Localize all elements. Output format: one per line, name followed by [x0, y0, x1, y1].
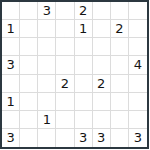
- cell-r6c7-empty[interactable]: [129, 111, 147, 129]
- cell-r3c3-empty[interactable]: [56, 56, 74, 74]
- cell-r5c6-empty[interactable]: [111, 93, 129, 111]
- cell-r1c3-empty[interactable]: [56, 20, 74, 38]
- cell-r7c0-clue[interactable]: 3: [2, 129, 20, 147]
- cell-r5c2-empty[interactable]: [38, 93, 56, 111]
- cell-r4c6-empty[interactable]: [111, 75, 129, 93]
- cell-r6c4-empty[interactable]: [75, 111, 93, 129]
- cell-r0c0-empty[interactable]: [2, 2, 20, 20]
- cell-r1c6-clue[interactable]: 2: [111, 20, 129, 38]
- cell-r6c3-empty[interactable]: [56, 111, 74, 129]
- cell-r3c0-clue[interactable]: 3: [2, 56, 20, 74]
- cell-r7c1-empty[interactable]: [20, 129, 38, 147]
- cell-r3c7-clue[interactable]: 4: [129, 56, 147, 74]
- cell-r2c2-empty[interactable]: [38, 38, 56, 56]
- cell-r5c7-empty[interactable]: [129, 93, 147, 111]
- cell-r5c3-empty[interactable]: [56, 93, 74, 111]
- cell-r0c1-empty[interactable]: [20, 2, 38, 20]
- cell-r1c0-clue[interactable]: 1: [2, 20, 20, 38]
- cell-r2c4-empty[interactable]: [75, 38, 93, 56]
- cell-r5c4-empty[interactable]: [75, 93, 93, 111]
- cell-r4c0-empty[interactable]: [2, 75, 20, 93]
- cell-r7c6-empty[interactable]: [111, 129, 129, 147]
- cell-r2c5-empty[interactable]: [93, 38, 111, 56]
- cell-r3c6-empty[interactable]: [111, 56, 129, 74]
- cell-r7c5-clue[interactable]: 3: [93, 129, 111, 147]
- cell-r6c6-empty[interactable]: [111, 111, 129, 129]
- cell-r7c3-empty[interactable]: [56, 129, 74, 147]
- cell-r2c3-empty[interactable]: [56, 38, 74, 56]
- cell-r4c5-clue[interactable]: 2: [93, 75, 111, 93]
- cell-r1c5-empty[interactable]: [93, 20, 111, 38]
- cell-r1c7-empty[interactable]: [129, 20, 147, 38]
- puzzle-board: 321123422113333: [0, 0, 149, 149]
- cell-r5c1-empty[interactable]: [20, 93, 38, 111]
- cell-r6c0-empty[interactable]: [2, 111, 20, 129]
- cell-r1c2-empty[interactable]: [38, 20, 56, 38]
- cell-r5c0-clue[interactable]: 1: [2, 93, 20, 111]
- cell-r2c1-empty[interactable]: [20, 38, 38, 56]
- cell-r1c4-clue[interactable]: 1: [75, 20, 93, 38]
- cell-r3c1-empty[interactable]: [20, 56, 38, 74]
- cell-r4c7-empty[interactable]: [129, 75, 147, 93]
- cell-r7c2-empty[interactable]: [38, 129, 56, 147]
- cell-r0c5-empty[interactable]: [93, 2, 111, 20]
- cell-r2c7-empty[interactable]: [129, 38, 147, 56]
- cell-r7c4-clue[interactable]: 3: [75, 129, 93, 147]
- cell-r0c2-clue[interactable]: 3: [38, 2, 56, 20]
- cell-r0c6-empty[interactable]: [111, 2, 129, 20]
- cell-r4c3-clue[interactable]: 2: [56, 75, 74, 93]
- puzzle-area: 321123422113333: [0, 0, 150, 150]
- cell-r7c7-clue[interactable]: 3: [129, 129, 147, 147]
- cell-r4c4-empty[interactable]: [75, 75, 93, 93]
- cell-r6c5-empty[interactable]: [93, 111, 111, 129]
- cell-r5c5-empty[interactable]: [93, 93, 111, 111]
- cell-r3c2-empty[interactable]: [38, 56, 56, 74]
- cell-r2c6-empty[interactable]: [111, 38, 129, 56]
- cell-r0c4-clue[interactable]: 2: [75, 2, 93, 20]
- cell-r2c0-empty[interactable]: [2, 38, 20, 56]
- cell-r3c5-empty[interactable]: [93, 56, 111, 74]
- cell-r4c1-empty[interactable]: [20, 75, 38, 93]
- cell-r6c1-empty[interactable]: [20, 111, 38, 129]
- cell-r1c1-empty[interactable]: [20, 20, 38, 38]
- cell-r6c2-clue[interactable]: 1: [38, 111, 56, 129]
- cell-r4c2-empty[interactable]: [38, 75, 56, 93]
- cell-r0c3-empty[interactable]: [56, 2, 74, 20]
- cell-r0c7-empty[interactable]: [129, 2, 147, 20]
- cell-r3c4-empty[interactable]: [75, 56, 93, 74]
